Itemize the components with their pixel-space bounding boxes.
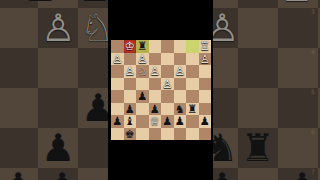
white-pawn[interactable]: ♙ [111,52,124,65]
square[interactable] [124,53,137,66]
square[interactable] [136,78,149,91]
rank-coordinate-label: 6 [311,129,315,135]
square[interactable] [111,103,124,116]
square[interactable] [124,90,137,103]
rank-coordinate-label: 4 [311,49,315,55]
black-pawn[interactable]: ♟ [124,102,137,115]
white-rook-top-edge-icon: ♖ [275,0,319,7]
black-pawn[interactable]: ♟ [161,115,174,128]
black-rook-icon: ♜ [236,129,280,167]
square[interactable] [199,65,212,78]
square-hl-to[interactable]: ♜ [136,40,149,53]
square[interactable]: ♟ [161,115,174,128]
square[interactable]: ♙ [149,65,162,78]
black-pawn[interactable]: ♟ [149,102,162,115]
background-square [238,8,278,48]
square[interactable] [111,40,124,53]
square[interactable] [186,53,199,66]
rank-coordinate-label: 3 [311,9,315,15]
square[interactable] [149,78,162,91]
square[interactable] [149,53,162,66]
background-square [0,8,38,48]
square[interactable] [136,115,149,128]
white-pawn[interactable]: ♙ [174,65,187,78]
square[interactable] [136,103,149,116]
square[interactable] [199,90,212,103]
black-knight[interactable]: ♞ [174,102,187,115]
rank-coordinate-label: 7 [311,169,315,175]
square[interactable]: ♟ [124,103,137,116]
square[interactable]: ♙ [136,53,149,66]
square[interactable]: ♕ [149,115,162,128]
black-pawn-bottom-edge-icon: ♟ [0,168,40,180]
black-pawn[interactable]: ♟ [111,115,124,128]
square[interactable] [161,103,174,116]
square[interactable]: ♙ [174,65,187,78]
square[interactable] [111,90,124,103]
square[interactable] [161,128,174,141]
square[interactable] [174,90,187,103]
square[interactable]: ♙ [161,78,174,91]
square[interactable]: ♟ [199,115,212,128]
square[interactable]: ♘ [136,65,149,78]
square[interactable] [161,90,174,103]
square[interactable] [199,103,212,116]
square[interactable]: ♟ [136,90,149,103]
square[interactable] [161,53,174,66]
square[interactable] [186,128,199,141]
square[interactable]: ♜ [186,103,199,116]
black-rook[interactable]: ♜ [136,40,149,53]
square[interactable]: ♟ [149,103,162,116]
square[interactable]: ♚ [124,128,137,141]
square[interactable] [161,65,174,78]
square[interactable] [111,65,124,78]
square-hl-check[interactable]: ♔ [124,40,137,53]
square-hl-from[interactable] [186,40,199,53]
square[interactable] [174,40,187,53]
white-pawn[interactable]: ♙ [199,52,212,65]
white-pawn[interactable]: ♙ [136,52,149,65]
white-king[interactable]: ♔ [124,40,137,53]
black-pawn-icon: ♟ [36,129,80,167]
square[interactable]: ♝ [124,115,137,128]
background-square [0,88,38,128]
background-square [38,88,78,128]
square[interactable]: ♟ [111,115,124,128]
square[interactable] [136,128,149,141]
square[interactable]: ♙ [199,53,212,66]
square[interactable] [111,78,124,91]
video-frame: ♟♜♖♙♘♙♟♟♞♜♟♟♟♟34567 ♔♜♖♙♙♙♙♘♙♙♙♟♟♟♞♜♟♝♕♟… [0,0,320,180]
black-pawn-bottom-edge-icon: ♟ [40,168,84,180]
square[interactable] [186,115,199,128]
white-pawn[interactable]: ♙ [149,65,162,78]
black-pawn[interactable]: ♟ [136,90,149,103]
square[interactable] [124,78,137,91]
background-square [0,128,38,168]
black-king[interactable]: ♚ [124,127,137,140]
square[interactable] [174,78,187,91]
black-rook[interactable]: ♜ [186,102,199,115]
white-pawn[interactable]: ♙ [161,77,174,90]
white-queen[interactable]: ♕ [149,115,162,128]
white-pawn-icon: ♙ [36,9,80,47]
square[interactable] [186,78,199,91]
white-rook[interactable]: ♖ [199,40,212,53]
center-panel: ♔♜♖♙♙♙♙♘♙♙♙♟♟♟♞♜♟♝♕♟♟♟♚ [108,0,213,180]
square[interactable]: ♞ [174,103,187,116]
square[interactable] [174,53,187,66]
square[interactable] [199,78,212,91]
square[interactable] [149,40,162,53]
white-knight[interactable]: ♘ [136,65,149,78]
square[interactable] [149,128,162,141]
square[interactable] [199,128,212,141]
chess-board[interactable]: ♔♜♖♙♙♙♙♘♙♙♙♟♟♟♞♜♟♝♕♟♟♟♚ [111,40,211,140]
background-square [0,48,38,88]
square[interactable] [149,90,162,103]
background-square [238,48,278,88]
square[interactable]: ♙ [124,65,137,78]
square[interactable] [174,128,187,141]
background-square [238,88,278,128]
square[interactable]: ♟ [174,115,187,128]
square[interactable]: ♙ [111,53,124,66]
square[interactable] [161,40,174,53]
black-pawn[interactable]: ♟ [174,115,187,128]
black-pawn[interactable]: ♟ [199,115,212,128]
white-pawn[interactable]: ♙ [124,65,137,78]
black-bishop[interactable]: ♝ [124,115,137,128]
square[interactable] [186,65,199,78]
background-square [38,48,78,88]
square[interactable] [111,128,124,141]
square[interactable]: ♖ [199,40,212,53]
rank-coordinate-label: 5 [311,89,315,95]
square[interactable] [186,90,199,103]
background-square [238,0,278,8]
